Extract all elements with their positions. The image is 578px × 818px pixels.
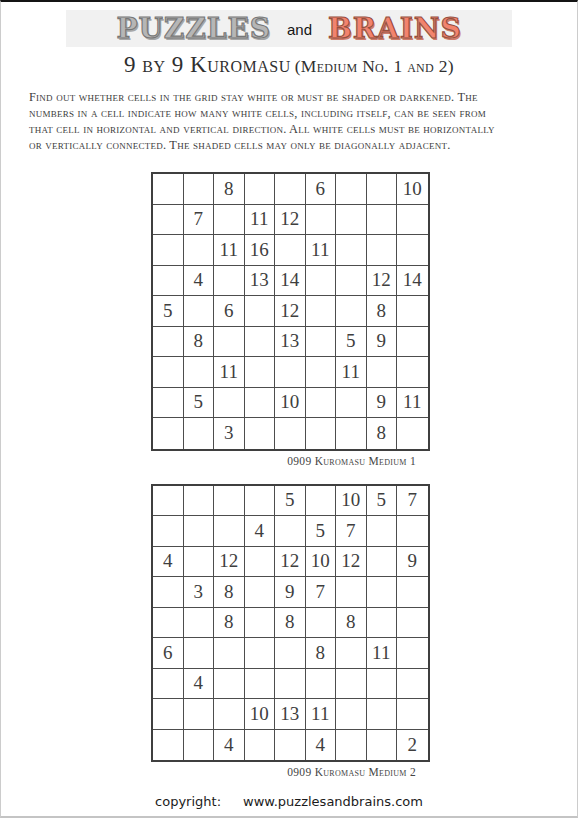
puzzle1-cell-r5c5[interactable]: 12 [275, 296, 306, 327]
puzzle2-cell-r3c6[interactable]: 10 [306, 547, 337, 578]
puzzle2-cell-r9c3[interactable]: 4 [214, 730, 245, 761]
puzzle1-cell-r8c8[interactable]: 9 [367, 388, 398, 419]
instructions-line-3: that cell in horizontal and vertical dir… [29, 121, 577, 137]
puzzle1-cell-r6c6[interactable] [306, 327, 337, 358]
puzzle1-cell-r9c4[interactable] [245, 418, 276, 449]
puzzle2-cell-r8c3[interactable] [214, 699, 245, 730]
puzzle2-cell-r3c2[interactable] [184, 547, 215, 578]
puzzle2-cell-r3c9[interactable]: 9 [397, 547, 428, 578]
puzzle1-cell-r3c5[interactable] [275, 235, 306, 266]
puzzle1-cell-r8c9[interactable]: 11 [397, 388, 428, 419]
puzzle1-cell-r3c4[interactable]: 16 [245, 235, 276, 266]
puzzle2-cell-r9c5[interactable] [275, 730, 306, 761]
logo-band: Puzzles and Brains [66, 10, 512, 47]
instructions-line-1: Find out whether cells in the grid stay … [29, 89, 577, 105]
page-title: 9 by 9 Kuromasu (Medium No. 1 and 2) [1, 52, 577, 80]
puzzle1-cell-r4c7[interactable] [336, 266, 367, 297]
puzzle1-cell-r8c4[interactable] [245, 388, 276, 419]
instructions-line-4: or vertically connected. The shaded cell… [29, 137, 577, 153]
puzzle2-cell-r1c9[interactable]: 7 [397, 486, 428, 517]
instructions: Find out whether cells in the grid stay … [29, 89, 577, 153]
puzzle1-cell-r9c2[interactable] [184, 418, 215, 449]
puzzle1-cell-r2c6[interactable] [306, 205, 337, 236]
puzzle1-cell-r2c9[interactable] [397, 205, 428, 236]
puzzle2-cell-r3c4[interactable] [245, 547, 276, 578]
page-title-main: 9 by 9 Kuromasu [124, 52, 291, 77]
puzzle2-cell-r1c4[interactable] [245, 486, 276, 517]
puzzle2-cell-r6c2[interactable] [184, 638, 215, 669]
puzzle2-cell-r8c6[interactable]: 11 [306, 699, 337, 730]
puzzle1-cell-r6c9[interactable] [397, 327, 428, 358]
puzzle1-cell-r3c9[interactable] [397, 235, 428, 266]
puzzle2-cell-r3c3[interactable]: 12 [214, 547, 245, 578]
puzzle1-cell-r5c7[interactable] [336, 296, 367, 327]
puzzle2-cell-r2c2[interactable] [184, 516, 215, 547]
puzzle2-cell-r1c7[interactable]: 10 [336, 486, 367, 517]
puzzle2-cell-r2c6[interactable]: 5 [306, 516, 337, 547]
puzzle2-cell-r7c2[interactable]: 4 [184, 669, 215, 700]
puzzle2-cell-r6c6[interactable]: 8 [306, 638, 337, 669]
puzzle2-cell-r7c6[interactable] [306, 669, 337, 700]
logo-and: and [287, 19, 312, 38]
puzzle1-cell-r6c5[interactable]: 13 [275, 327, 306, 358]
instructions-line-2: numbers in a cell indicate how many whit… [29, 105, 577, 121]
puzzle1-cell-r1c6[interactable]: 6 [306, 174, 337, 205]
puzzle2-cell-r8c4[interactable]: 10 [245, 699, 276, 730]
puzzle1-cell-r4c8[interactable]: 12 [367, 266, 398, 297]
puzzle1-cell-r5c2[interactable] [184, 296, 215, 327]
puzzle2-cell-r2c7[interactable]: 7 [336, 516, 367, 547]
puzzle1-cell-r6c8[interactable]: 9 [367, 327, 398, 358]
puzzle2-cell-r3c1[interactable]: 4 [153, 547, 184, 578]
puzzle1-cell-r8c2[interactable]: 5 [184, 388, 215, 419]
puzzle1-cell-r6c4[interactable] [245, 327, 276, 358]
footer: copyright:www.puzzlesandbrains.com [1, 794, 577, 809]
puzzle1-cell-r1c5[interactable] [275, 174, 306, 205]
puzzle1-cell-r6c2[interactable]: 8 [184, 327, 215, 358]
puzzle2-cell-r4c7[interactable] [336, 577, 367, 608]
puzzle2-cell-r6c7[interactable] [336, 638, 367, 669]
puzzle2-cell-r8c5[interactable]: 13 [275, 699, 306, 730]
puzzle1-cell-r7c4[interactable] [245, 357, 276, 388]
puzzle2-cell-r4c3[interactable]: 8 [214, 577, 245, 608]
puzzle1-cell-r6c3[interactable] [214, 327, 245, 358]
puzzle2-cell-r8c1[interactable] [153, 699, 184, 730]
puzzle2-cell-r4c5[interactable]: 9 [275, 577, 306, 608]
puzzle1-cell-r1c8[interactable] [367, 174, 398, 205]
puzzle1-cell-r8c6[interactable] [306, 388, 337, 419]
puzzle2-cell-r5c5[interactable]: 8 [275, 608, 306, 639]
puzzle1-cell-r7c2[interactable] [184, 357, 215, 388]
puzzle2-cell-r5c9[interactable] [397, 608, 428, 639]
puzzle1-cell-r3c1[interactable] [153, 235, 184, 266]
puzzle1-cell-r4c1[interactable] [153, 266, 184, 297]
puzzle1-cell-r2c2[interactable]: 7 [184, 205, 215, 236]
puzzle1-cell-r1c2[interactable] [184, 174, 215, 205]
puzzle2-cell-r9c9[interactable]: 2 [397, 730, 428, 761]
puzzle1-cell-r7c6[interactable] [306, 357, 337, 388]
puzzle1-cell-r1c4[interactable] [245, 174, 276, 205]
puzzle1-cell-r5c8[interactable]: 8 [367, 296, 398, 327]
puzzle2-cell-r5c3[interactable]: 8 [214, 608, 245, 639]
board-2-label: 0909 Kuromasu Medium 2 [151, 765, 430, 780]
kuromasu-puzzle-page: { "game": "kuromasu", "header": { "logo"… [0, 0, 578, 818]
puzzle2-cell-r7c7[interactable] [336, 669, 367, 700]
puzzle2-cell-r1c6[interactable] [306, 486, 337, 517]
puzzle2-cell-r9c6[interactable]: 4 [306, 730, 337, 761]
puzzle2-cell-r3c5[interactable]: 12 [275, 547, 306, 578]
puzzle1-cell-r7c9[interactable] [397, 357, 428, 388]
puzzle2-cell-r5c6[interactable] [306, 608, 337, 639]
puzzle2-cell-r7c8[interactable] [367, 669, 398, 700]
puzzle1-cell-r7c3[interactable]: 11 [214, 357, 245, 388]
puzzle2-cell-r2c1[interactable] [153, 516, 184, 547]
puzzle2-cell-r2c9[interactable] [397, 516, 428, 547]
puzzle1-cell-r5c6[interactable] [306, 296, 337, 327]
puzzle2-cell-r4c1[interactable] [153, 577, 184, 608]
puzzle1-cell-r4c5[interactable]: 14 [275, 266, 306, 297]
puzzle1-cell-r4c6[interactable] [306, 266, 337, 297]
puzzle1-cell-r1c7[interactable] [336, 174, 367, 205]
puzzle1-cell-r2c1[interactable] [153, 205, 184, 236]
puzzle2-cell-r2c8[interactable] [367, 516, 398, 547]
kuromasu-board-1: 8610711121116114131412145612881359111151… [151, 172, 430, 451]
puzzle1-cell-r6c7[interactable]: 5 [336, 327, 367, 358]
puzzle2-cell-r7c1[interactable] [153, 669, 184, 700]
puzzle1-cell-r3c7[interactable] [336, 235, 367, 266]
puzzle1-cell-r8c3[interactable] [214, 388, 245, 419]
puzzle1-cell-r5c4[interactable] [245, 296, 276, 327]
puzzle2-cell-r6c5[interactable] [275, 638, 306, 669]
puzzle1-cell-r1c9[interactable]: 10 [397, 174, 428, 205]
copyright-label: copyright: [155, 794, 221, 809]
puzzle2-cell-r9c7[interactable] [336, 730, 367, 761]
puzzle2-cell-r6c4[interactable] [245, 638, 276, 669]
puzzle2-cell-r4c2[interactable]: 3 [184, 577, 215, 608]
puzzle2-cell-r4c6[interactable]: 7 [306, 577, 337, 608]
puzzle2-cell-r4c9[interactable] [397, 577, 428, 608]
puzzle2-cell-r6c8[interactable]: 11 [367, 638, 398, 669]
puzzle2-cell-r9c2[interactable] [184, 730, 215, 761]
logo-brains: Brains [328, 15, 462, 43]
puzzle2-cell-r1c1[interactable] [153, 486, 184, 517]
puzzle2-cell-r3c7[interactable]: 12 [336, 547, 367, 578]
puzzle2-cell-r2c4[interactable]: 4 [245, 516, 276, 547]
puzzle1-cell-r7c1[interactable] [153, 357, 184, 388]
puzzle1-cell-r3c8[interactable] [367, 235, 398, 266]
puzzle2-cell-r1c2[interactable] [184, 486, 215, 517]
puzzle2-cell-r4c4[interactable] [245, 577, 276, 608]
puzzle1-cell-r3c2[interactable] [184, 235, 215, 266]
logo-puzzles: Puzzles [116, 15, 271, 43]
puzzle2-cell-r9c8[interactable] [367, 730, 398, 761]
puzzle1-cell-r7c7[interactable]: 11 [336, 357, 367, 388]
puzzle2-cell-r1c3[interactable] [214, 486, 245, 517]
puzzle2-cell-r8c7[interactable] [336, 699, 367, 730]
puzzle1-cell-r3c3[interactable]: 11 [214, 235, 245, 266]
puzzle2-cell-r9c4[interactable] [245, 730, 276, 761]
puzzle1-cell-r2c4[interactable]: 11 [245, 205, 276, 236]
puzzle2-cell-r7c3[interactable] [214, 669, 245, 700]
puzzle1-cell-r2c3[interactable] [214, 205, 245, 236]
website-url: www.puzzlesandbrains.com [243, 794, 423, 809]
puzzle1-cell-r5c3[interactable]: 6 [214, 296, 245, 327]
puzzle2-cell-r2c3[interactable] [214, 516, 245, 547]
puzzle2-cell-r5c2[interactable] [184, 608, 215, 639]
puzzle1-cell-r4c4[interactable]: 13 [245, 266, 276, 297]
puzzle1-cell-r9c1[interactable] [153, 418, 184, 449]
puzzle1-cell-r9c8[interactable]: 8 [367, 418, 398, 449]
board-1-label: 0909 Kuromasu Medium 1 [151, 454, 430, 469]
puzzle2-cell-r6c3[interactable] [214, 638, 245, 669]
page-title-suffix: (Medium No. 1 and 2) [295, 56, 454, 76]
puzzle1-cell-r8c1[interactable] [153, 388, 184, 419]
puzzle2-cell-r8c2[interactable] [184, 699, 215, 730]
puzzle2-cell-r5c1[interactable] [153, 608, 184, 639]
puzzle1-cell-r3c6[interactable]: 11 [306, 235, 337, 266]
puzzle1-cell-r8c7[interactable] [336, 388, 367, 419]
puzzle1-cell-r5c9[interactable] [397, 296, 428, 327]
puzzle1-cell-r2c5[interactable]: 12 [275, 205, 306, 236]
puzzle1-cell-r8c5[interactable]: 10 [275, 388, 306, 419]
puzzle1-cell-r1c1[interactable] [153, 174, 184, 205]
puzzle2-cell-r8c9[interactable] [397, 699, 428, 730]
puzzle1-cell-r9c3[interactable]: 3 [214, 418, 245, 449]
puzzle2-cell-r7c9[interactable] [397, 669, 428, 700]
puzzle2-cell-r6c9[interactable] [397, 638, 428, 669]
puzzle1-cell-r7c8[interactable] [367, 357, 398, 388]
puzzle1-cell-r5c1[interactable]: 5 [153, 296, 184, 327]
puzzle2-cell-r5c7[interactable]: 8 [336, 608, 367, 639]
puzzle2-cell-r6c1[interactable]: 6 [153, 638, 184, 669]
puzzle1-cell-r4c3[interactable] [214, 266, 245, 297]
puzzle2-cell-r7c5[interactable] [275, 669, 306, 700]
puzzle2-cell-r3c8[interactable] [367, 547, 398, 578]
puzzle2-cell-r5c4[interactable] [245, 608, 276, 639]
puzzle2-cell-r8c8[interactable] [367, 699, 398, 730]
puzzle2-cell-r4c8[interactable] [367, 577, 398, 608]
puzzle1-cell-r9c9[interactable] [397, 418, 428, 449]
puzzle2-cell-r7c4[interactable] [245, 669, 276, 700]
puzzle1-cell-r4c2[interactable]: 4 [184, 266, 215, 297]
puzzle2-cell-r9c1[interactable] [153, 730, 184, 761]
puzzle2-cell-r1c5[interactable]: 5 [275, 486, 306, 517]
puzzle1-cell-r2c7[interactable] [336, 205, 367, 236]
puzzle2-cell-r1c8[interactable]: 5 [367, 486, 398, 517]
puzzle1-cell-r4c9[interactable]: 14 [397, 266, 428, 297]
puzzle1-cell-r9c5[interactable] [275, 418, 306, 449]
puzzle2-cell-r5c8[interactable] [367, 608, 398, 639]
puzzle1-cell-r9c7[interactable] [336, 418, 367, 449]
puzzle2-cell-r2c5[interactable] [275, 516, 306, 547]
puzzle1-cell-r9c6[interactable] [306, 418, 337, 449]
puzzle1-cell-r7c5[interactable] [275, 357, 306, 388]
puzzle1-cell-r6c1[interactable] [153, 327, 184, 358]
puzzle1-cell-r1c3[interactable]: 8 [214, 174, 245, 205]
kuromasu-board-2: 510574574121210129389788868114101311442 [151, 484, 430, 763]
puzzle1-cell-r2c8[interactable] [367, 205, 398, 236]
